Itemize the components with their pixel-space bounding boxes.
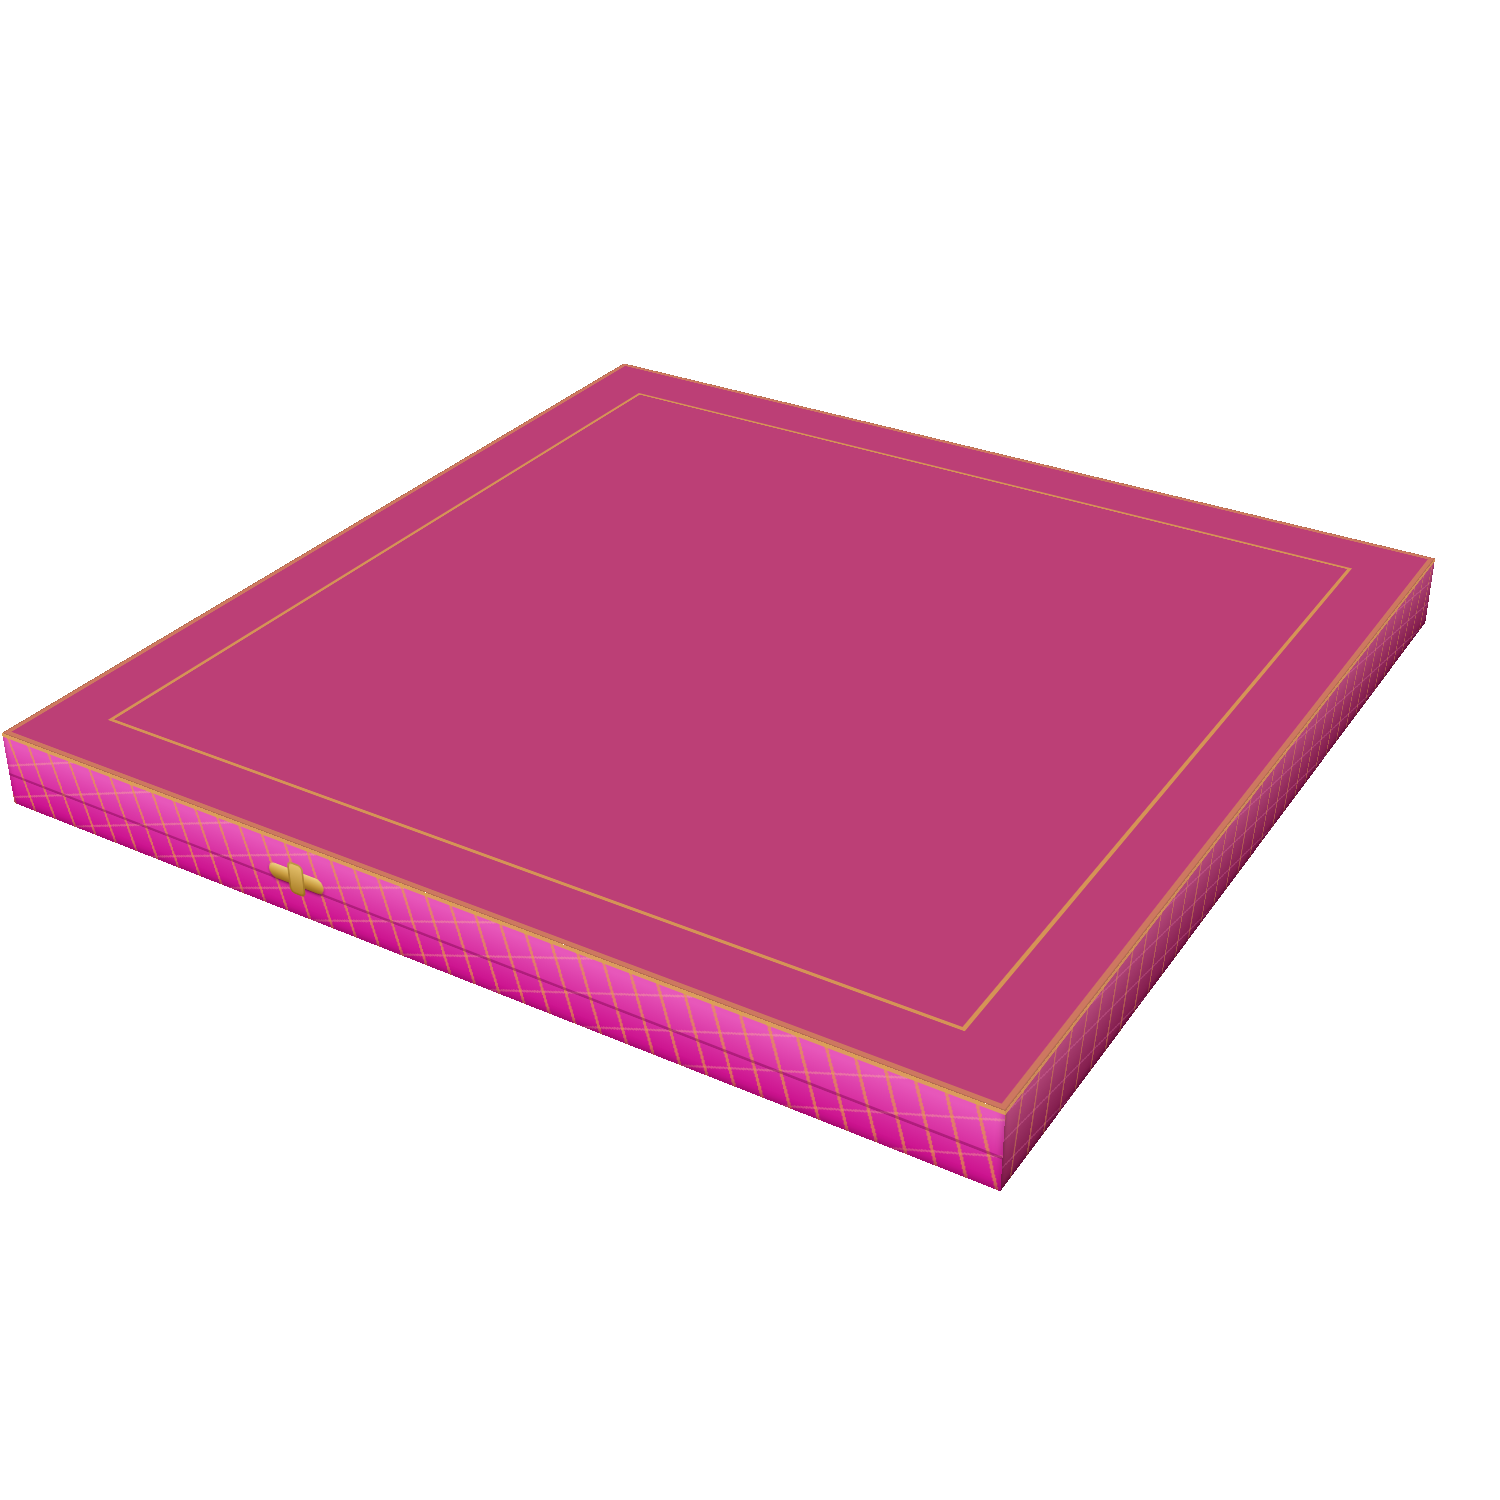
perspective-wrapper bbox=[0, 0, 1500, 1500]
chess-board bbox=[2, 363, 1435, 1111]
scene bbox=[0, 0, 1500, 1500]
latch-plate bbox=[269, 860, 325, 896]
latch-hook bbox=[287, 860, 306, 898]
chess-box bbox=[2, 363, 1435, 1111]
brass-latch-icon bbox=[268, 853, 326, 906]
